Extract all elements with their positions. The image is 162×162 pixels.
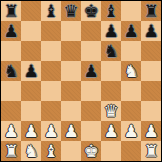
white-knight-icon: ♞ — [123, 61, 138, 81]
square-d7[interactable] — [61, 21, 81, 41]
square-b1[interactable]: ♞ — [21, 141, 41, 161]
square-a8[interactable]: ♜ — [1, 1, 21, 21]
white-pawn-icon: ♟ — [63, 121, 78, 141]
square-b7[interactable] — [21, 21, 41, 41]
square-e6[interactable] — [81, 41, 101, 61]
square-b2[interactable]: ♟ — [21, 121, 41, 141]
square-a7[interactable]: ♟ — [1, 21, 21, 41]
chess-board: ♜♝♛♚♝♜♟♟♟♟♞♞♟♟♞♛♟♟♟♟♟♟♟♜♞♝♚♜ — [0, 0, 162, 162]
square-h8[interactable]: ♜ — [141, 1, 161, 21]
white-pawn-icon: ♟ — [143, 121, 158, 141]
white-pawn-icon: ♟ — [23, 121, 38, 141]
square-c4[interactable] — [41, 81, 61, 101]
square-g5[interactable]: ♞ — [121, 61, 141, 81]
square-e7[interactable] — [81, 21, 101, 41]
square-b3[interactable] — [21, 101, 41, 121]
square-b4[interactable] — [21, 81, 41, 101]
white-rook-icon: ♜ — [3, 141, 18, 161]
square-c2[interactable]: ♟ — [41, 121, 61, 141]
square-h1[interactable]: ♜ — [141, 141, 161, 161]
black-bishop-icon: ♝ — [43, 1, 58, 21]
square-g6[interactable] — [121, 41, 141, 61]
square-f1[interactable] — [101, 141, 121, 161]
square-e8[interactable]: ♚ — [81, 1, 101, 21]
square-h2[interactable]: ♟ — [141, 121, 161, 141]
square-h7[interactable]: ♟ — [141, 21, 161, 41]
square-h6[interactable] — [141, 41, 161, 61]
black-pawn-icon: ♟ — [23, 61, 38, 81]
square-e2[interactable] — [81, 121, 101, 141]
square-g8[interactable] — [121, 1, 141, 21]
white-pawn-icon: ♟ — [123, 121, 138, 141]
square-f6[interactable]: ♞ — [101, 41, 121, 61]
black-rook-icon: ♜ — [3, 1, 18, 21]
square-g7[interactable]: ♟ — [121, 21, 141, 41]
square-h5[interactable] — [141, 61, 161, 81]
black-knight-icon: ♞ — [103, 41, 118, 61]
square-a1[interactable]: ♜ — [1, 141, 21, 161]
square-e5[interactable]: ♟ — [81, 61, 101, 81]
white-pawn-icon: ♟ — [103, 121, 118, 141]
square-d5[interactable] — [61, 61, 81, 81]
square-a5[interactable]: ♞ — [1, 61, 21, 81]
square-d6[interactable] — [61, 41, 81, 61]
square-c6[interactable] — [41, 41, 61, 61]
white-knight-icon: ♞ — [23, 141, 38, 161]
square-g4[interactable] — [121, 81, 141, 101]
black-bishop-icon: ♝ — [103, 1, 118, 21]
square-g2[interactable]: ♟ — [121, 121, 141, 141]
square-f7[interactable]: ♟ — [101, 21, 121, 41]
square-f4[interactable] — [101, 81, 121, 101]
white-pawn-icon: ♟ — [43, 121, 58, 141]
black-pawn-icon: ♟ — [143, 21, 158, 41]
square-g1[interactable] — [121, 141, 141, 161]
square-f5[interactable] — [101, 61, 121, 81]
black-pawn-icon: ♟ — [123, 21, 138, 41]
square-c3[interactable] — [41, 101, 61, 121]
square-b8[interactable] — [21, 1, 41, 21]
square-h3[interactable] — [141, 101, 161, 121]
black-pawn-icon: ♟ — [3, 21, 18, 41]
square-f2[interactable]: ♟ — [101, 121, 121, 141]
square-b5[interactable]: ♟ — [21, 61, 41, 81]
white-king-icon: ♚ — [83, 141, 98, 161]
square-d1[interactable] — [61, 141, 81, 161]
square-e1[interactable]: ♚ — [81, 141, 101, 161]
square-b6[interactable] — [21, 41, 41, 61]
square-f3[interactable]: ♛ — [101, 101, 121, 121]
square-e3[interactable] — [81, 101, 101, 121]
white-queen-icon: ♛ — [103, 101, 118, 121]
square-d2[interactable]: ♟ — [61, 121, 81, 141]
square-h4[interactable] — [141, 81, 161, 101]
square-d8[interactable]: ♛ — [61, 1, 81, 21]
black-pawn-icon: ♟ — [103, 21, 118, 41]
black-rook-icon: ♜ — [143, 1, 158, 21]
square-d4[interactable] — [61, 81, 81, 101]
square-a2[interactable]: ♟ — [1, 121, 21, 141]
square-d3[interactable] — [61, 101, 81, 121]
black-pawn-icon: ♟ — [83, 61, 98, 81]
square-a6[interactable] — [1, 41, 21, 61]
white-rook-icon: ♜ — [143, 141, 158, 161]
square-e4[interactable] — [81, 81, 101, 101]
square-c5[interactable] — [41, 61, 61, 81]
square-g3[interactable] — [121, 101, 141, 121]
black-knight-icon: ♞ — [3, 61, 18, 81]
white-bishop-icon: ♝ — [43, 141, 58, 161]
square-f8[interactable]: ♝ — [101, 1, 121, 21]
square-c1[interactable]: ♝ — [41, 141, 61, 161]
square-a4[interactable] — [1, 81, 21, 101]
square-c7[interactable] — [41, 21, 61, 41]
black-queen-icon: ♛ — [63, 1, 78, 21]
square-a3[interactable] — [1, 101, 21, 121]
square-c8[interactable]: ♝ — [41, 1, 61, 21]
black-king-icon: ♚ — [83, 1, 98, 21]
white-pawn-icon: ♟ — [3, 121, 18, 141]
